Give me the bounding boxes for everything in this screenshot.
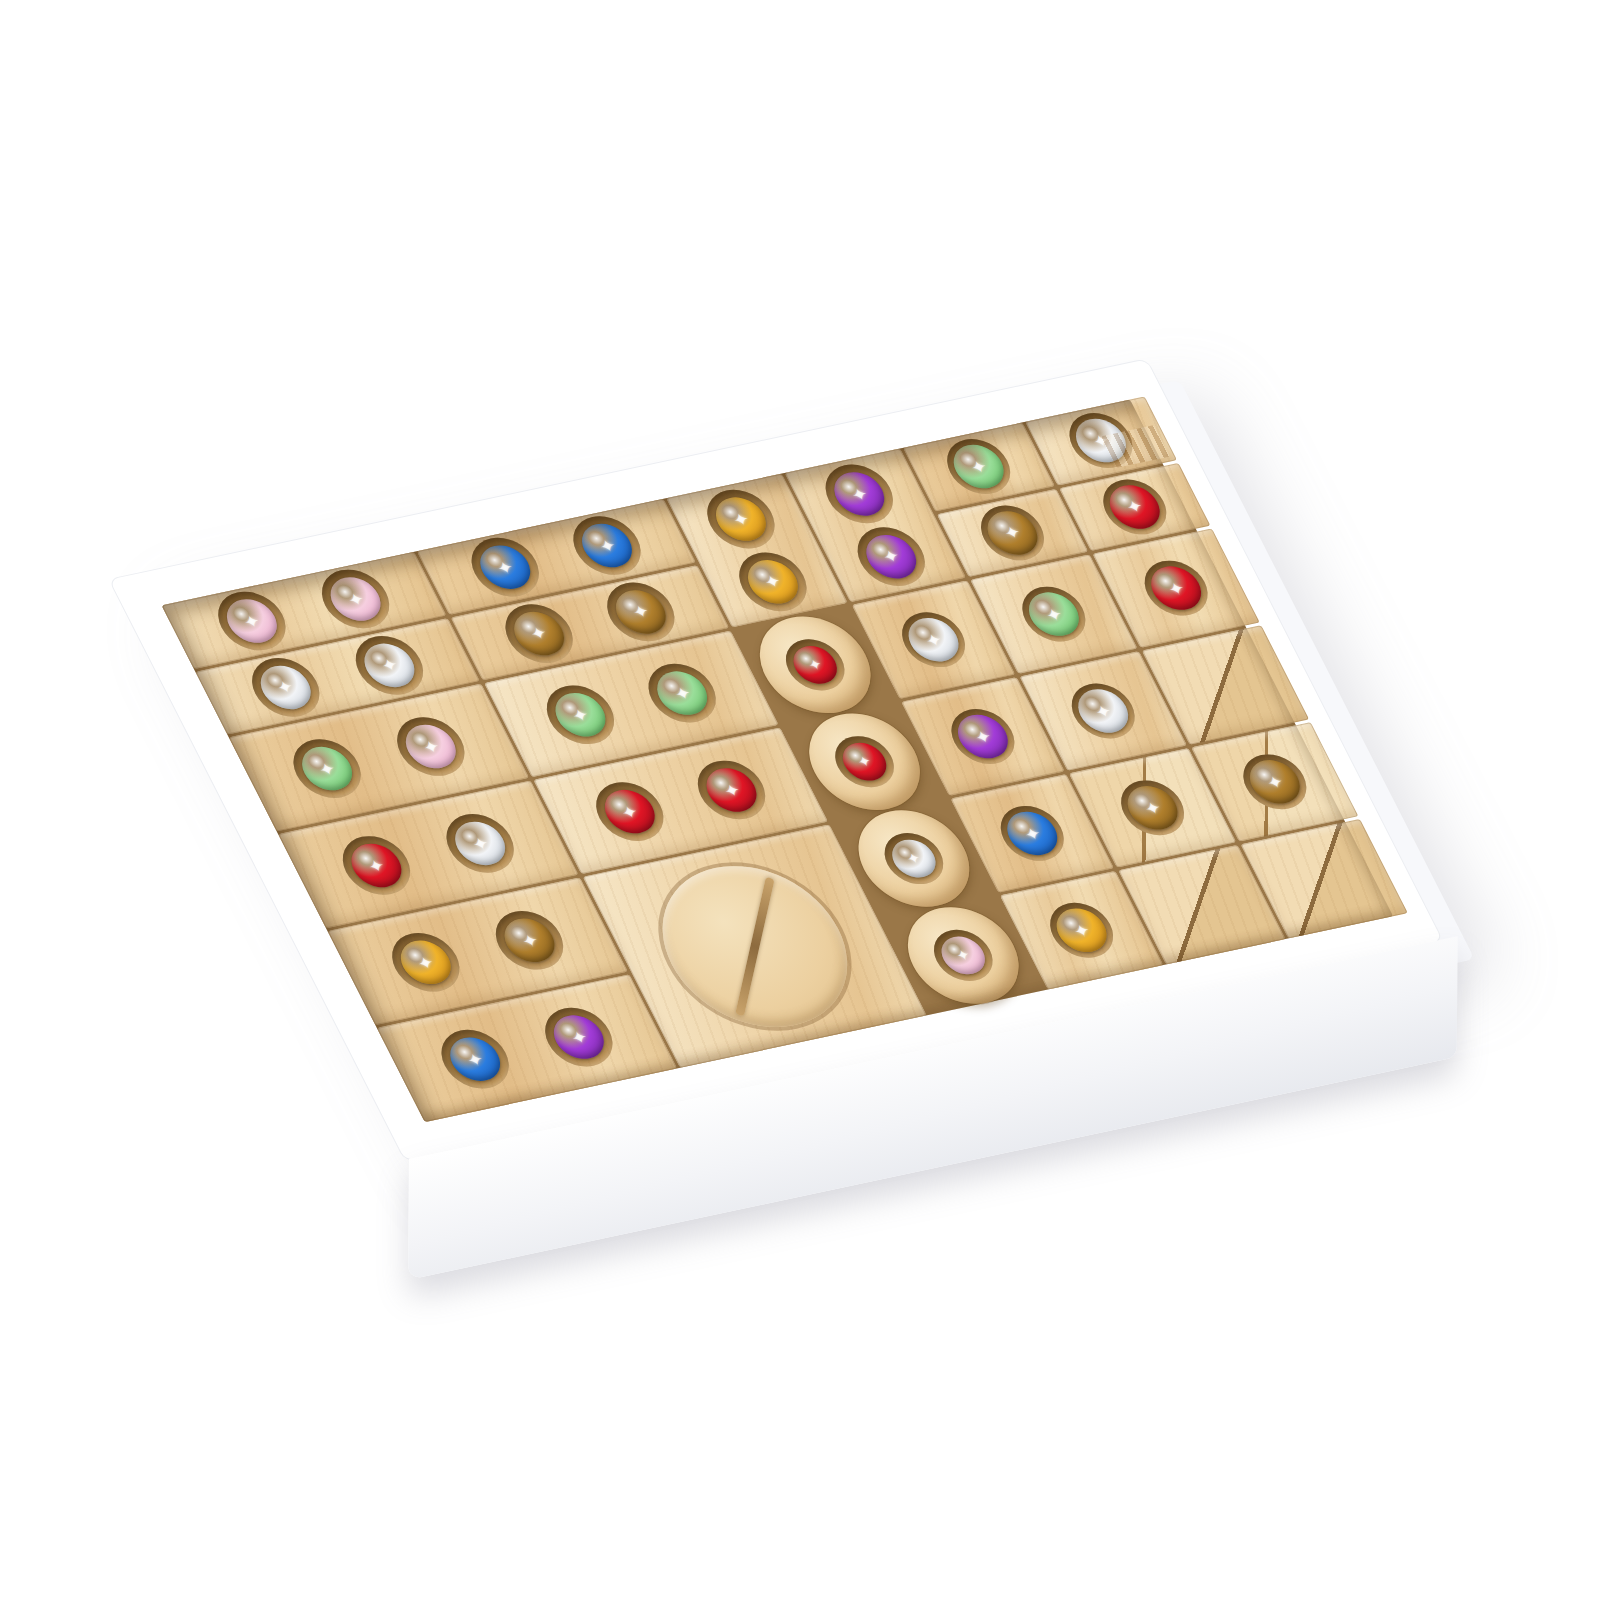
gem-hole	[1134, 555, 1218, 621]
gem-pink	[218, 595, 285, 647]
gem-hole	[825, 731, 903, 792]
gem-hole	[815, 459, 905, 529]
gem-red	[699, 764, 766, 816]
gem-pink	[323, 573, 390, 625]
gem-amber	[505, 607, 572, 659]
gem-red	[786, 642, 844, 687]
gem-hole	[436, 808, 526, 878]
gem-purple	[826, 468, 893, 520]
gem-blue	[574, 520, 641, 572]
white-tray	[108, 358, 1444, 1162]
gem-hole	[892, 607, 976, 673]
gem-blue	[999, 807, 1066, 859]
gem-green	[649, 667, 716, 719]
gem-hole	[1059, 408, 1143, 474]
gem-green	[1021, 588, 1088, 640]
gem-hole	[970, 500, 1054, 566]
gem-purple	[858, 530, 925, 582]
product-photo-scene	[0, 0, 1600, 1600]
gem-yellow	[708, 493, 775, 545]
gem-hole	[535, 680, 625, 750]
gem-hole	[430, 1024, 520, 1094]
gem-hole	[1233, 749, 1317, 815]
gem-white	[885, 836, 943, 881]
gem-amber	[1119, 782, 1186, 834]
gem-white	[1070, 685, 1137, 737]
gem-hole	[331, 830, 421, 900]
gem-pink	[934, 933, 992, 978]
gem-green	[945, 441, 1012, 493]
gem-hole	[381, 927, 471, 997]
gem-green	[293, 743, 360, 795]
gem-hole	[345, 630, 435, 700]
gem-red	[596, 786, 663, 838]
gem-hole	[846, 521, 936, 591]
gem-hole	[728, 546, 818, 616]
gem-hole	[1111, 775, 1195, 841]
gem-hole	[534, 1002, 624, 1072]
gem-hole	[596, 577, 686, 647]
gem-hole	[875, 828, 953, 889]
tray-grid	[162, 400, 1394, 1122]
gem-hole	[485, 905, 575, 975]
gem-hole	[1093, 474, 1177, 540]
gem-red	[343, 840, 410, 892]
gem-blue	[442, 1033, 509, 1085]
gem-hole	[494, 598, 584, 668]
gem-hole	[696, 484, 786, 554]
gem-hole	[1012, 581, 1096, 647]
gem-hole	[460, 532, 550, 602]
gem-hole	[562, 511, 652, 581]
gem-hole	[240, 652, 330, 722]
gem-pink	[398, 720, 465, 772]
gem-hole	[687, 755, 777, 825]
gem-amber	[496, 914, 563, 966]
gem-purple	[950, 711, 1017, 763]
gem-hole	[1040, 897, 1124, 963]
gem-hole	[776, 634, 854, 695]
gem-yellow	[1048, 904, 1115, 956]
gem-red	[1101, 481, 1168, 533]
gem-blue	[472, 541, 539, 593]
gem-hole	[924, 925, 1002, 986]
gem-amber	[979, 507, 1046, 559]
gem-hole	[207, 586, 297, 656]
gem-amber	[1242, 756, 1309, 808]
gem-hole	[386, 711, 476, 781]
gem-hole	[990, 801, 1074, 867]
gem-amber	[608, 586, 675, 638]
gem-hole	[585, 777, 675, 847]
gem-hole	[282, 734, 372, 804]
gem-green	[547, 689, 614, 741]
gem-purple	[546, 1011, 613, 1063]
gem-yellow	[739, 556, 806, 608]
slotted-disc	[632, 850, 878, 1042]
gem-red	[836, 739, 894, 784]
gem-hole	[937, 434, 1021, 500]
gem-white	[1068, 415, 1135, 467]
gem-yellow	[392, 936, 459, 988]
gem-hole	[941, 704, 1025, 770]
gem-white	[900, 614, 967, 666]
gem-hole	[311, 564, 401, 634]
gem-white	[252, 661, 319, 713]
gem-hole	[1061, 678, 1145, 744]
gem-hole	[638, 658, 728, 728]
gem-white	[447, 817, 514, 869]
gem-white	[356, 639, 423, 691]
gem-red	[1143, 562, 1210, 614]
